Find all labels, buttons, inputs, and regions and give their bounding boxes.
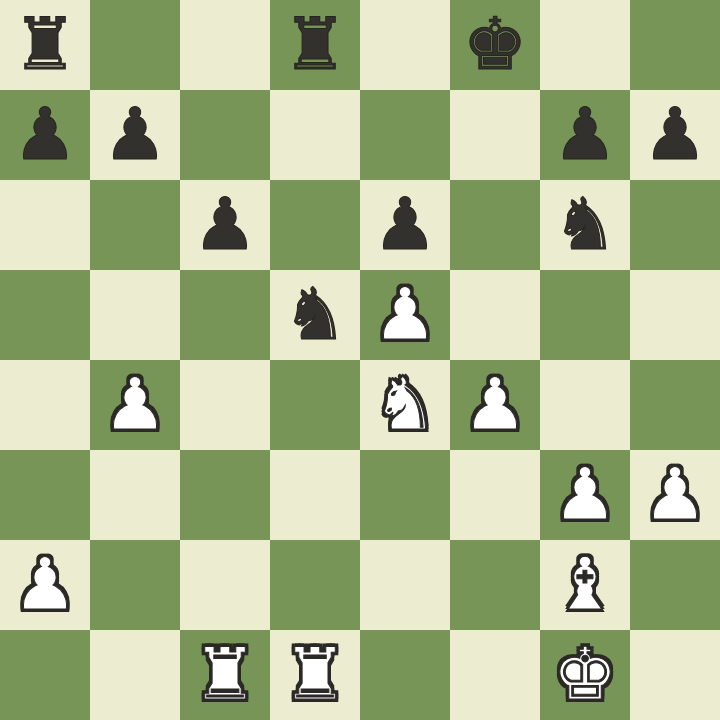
square-d2[interactable] (270, 540, 360, 630)
square-a5[interactable] (0, 270, 90, 360)
square-d7[interactable] (270, 90, 360, 180)
square-a4[interactable] (0, 360, 90, 450)
white-rook[interactable]: ♜ (270, 630, 360, 720)
square-d1[interactable]: ♜ (270, 630, 360, 720)
square-d4[interactable] (270, 360, 360, 450)
square-e8[interactable] (360, 0, 450, 90)
square-f8[interactable]: ♚ (450, 0, 540, 90)
black-knight[interactable]: ♞ (270, 270, 360, 360)
white-pawn[interactable]: ♟ (450, 360, 540, 450)
square-g4[interactable] (540, 360, 630, 450)
square-a7[interactable]: ♟ (0, 90, 90, 180)
square-d8[interactable]: ♜ (270, 0, 360, 90)
white-pawn[interactable]: ♟ (540, 450, 630, 540)
black-knight[interactable]: ♞ (540, 180, 630, 270)
square-h2[interactable] (630, 540, 720, 630)
square-g5[interactable] (540, 270, 630, 360)
square-g8[interactable] (540, 0, 630, 90)
square-b5[interactable] (90, 270, 180, 360)
square-h4[interactable] (630, 360, 720, 450)
square-f7[interactable] (450, 90, 540, 180)
chess-board: ♜♜♚♟♟♟♟♟♟♞♞♟♟♞♟♟♟♟♝♜♜♚ (0, 0, 720, 720)
square-g7[interactable]: ♟ (540, 90, 630, 180)
square-f3[interactable] (450, 450, 540, 540)
square-c7[interactable] (180, 90, 270, 180)
white-rook[interactable]: ♜ (180, 630, 270, 720)
square-e4[interactable]: ♞ (360, 360, 450, 450)
square-a6[interactable] (0, 180, 90, 270)
square-h6[interactable] (630, 180, 720, 270)
black-king[interactable]: ♚ (450, 0, 540, 90)
square-h3[interactable]: ♟ (630, 450, 720, 540)
square-a2[interactable]: ♟ (0, 540, 90, 630)
square-b3[interactable] (90, 450, 180, 540)
white-pawn[interactable]: ♟ (0, 540, 90, 630)
square-a1[interactable] (0, 630, 90, 720)
square-b4[interactable]: ♟ (90, 360, 180, 450)
square-h5[interactable] (630, 270, 720, 360)
square-f5[interactable] (450, 270, 540, 360)
white-pawn[interactable]: ♟ (90, 360, 180, 450)
white-king[interactable]: ♚ (540, 630, 630, 720)
white-pawn[interactable]: ♟ (630, 450, 720, 540)
square-c1[interactable]: ♜ (180, 630, 270, 720)
square-b7[interactable]: ♟ (90, 90, 180, 180)
white-bishop[interactable]: ♝ (540, 540, 630, 630)
white-pawn[interactable]: ♟ (360, 270, 450, 360)
square-g2[interactable]: ♝ (540, 540, 630, 630)
square-e3[interactable] (360, 450, 450, 540)
square-h7[interactable]: ♟ (630, 90, 720, 180)
square-f2[interactable] (450, 540, 540, 630)
square-b8[interactable] (90, 0, 180, 90)
square-h1[interactable] (630, 630, 720, 720)
square-h8[interactable] (630, 0, 720, 90)
square-c8[interactable] (180, 0, 270, 90)
square-c5[interactable] (180, 270, 270, 360)
white-knight[interactable]: ♞ (360, 360, 450, 450)
square-e1[interactable] (360, 630, 450, 720)
square-g6[interactable]: ♞ (540, 180, 630, 270)
square-c2[interactable] (180, 540, 270, 630)
square-d5[interactable]: ♞ (270, 270, 360, 360)
black-pawn[interactable]: ♟ (90, 90, 180, 180)
square-d3[interactable] (270, 450, 360, 540)
black-pawn[interactable]: ♟ (540, 90, 630, 180)
square-f4[interactable]: ♟ (450, 360, 540, 450)
square-e2[interactable] (360, 540, 450, 630)
square-a8[interactable]: ♜ (0, 0, 90, 90)
square-c6[interactable]: ♟ (180, 180, 270, 270)
square-g1[interactable]: ♚ (540, 630, 630, 720)
square-b1[interactable] (90, 630, 180, 720)
square-a3[interactable] (0, 450, 90, 540)
square-c4[interactable] (180, 360, 270, 450)
black-pawn[interactable]: ♟ (360, 180, 450, 270)
square-b2[interactable] (90, 540, 180, 630)
black-rook[interactable]: ♜ (0, 0, 90, 90)
square-c3[interactable] (180, 450, 270, 540)
square-b6[interactable] (90, 180, 180, 270)
square-e5[interactable]: ♟ (360, 270, 450, 360)
black-pawn[interactable]: ♟ (180, 180, 270, 270)
square-f6[interactable] (450, 180, 540, 270)
square-e7[interactable] (360, 90, 450, 180)
black-pawn[interactable]: ♟ (630, 90, 720, 180)
square-g3[interactable]: ♟ (540, 450, 630, 540)
square-d6[interactable] (270, 180, 360, 270)
square-f1[interactable] (450, 630, 540, 720)
black-pawn[interactable]: ♟ (0, 90, 90, 180)
black-rook[interactable]: ♜ (270, 0, 360, 90)
square-e6[interactable]: ♟ (360, 180, 450, 270)
